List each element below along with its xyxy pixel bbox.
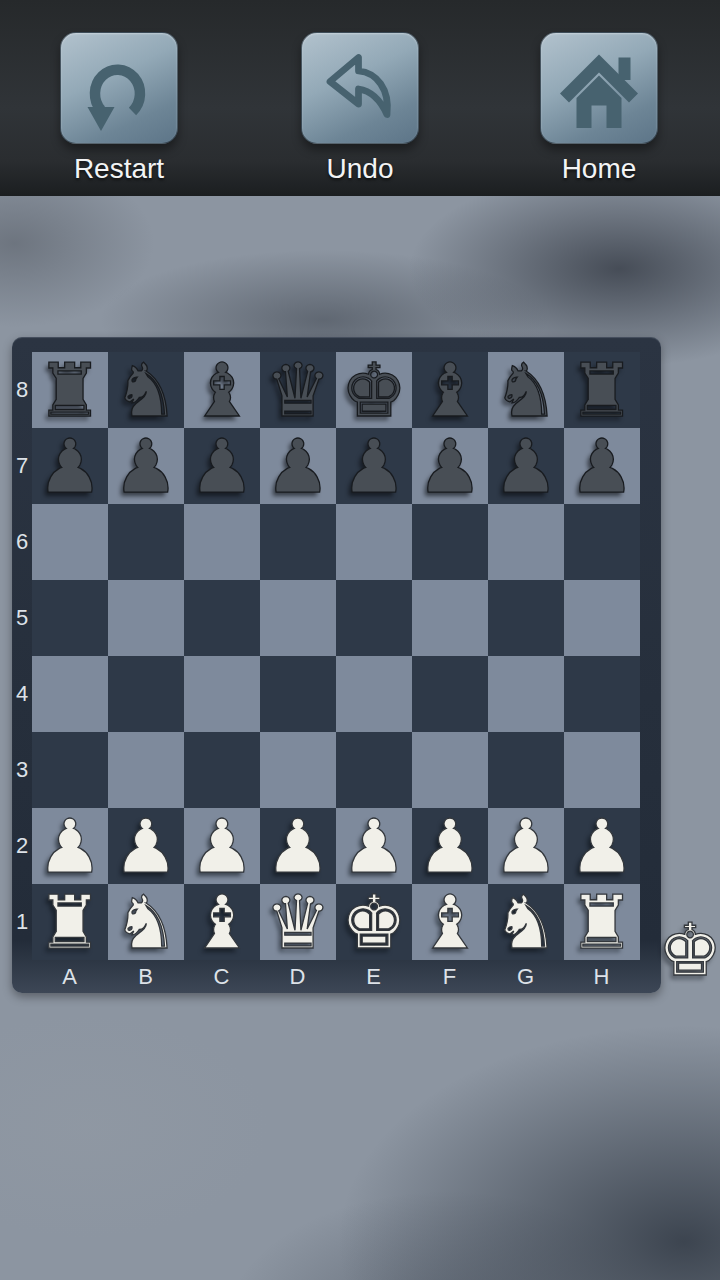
square-e1[interactable]: ♚ xyxy=(336,884,412,960)
square-f8[interactable]: ♝ xyxy=(412,352,488,428)
undo-icon xyxy=(312,44,408,140)
square-d2[interactable]: ♟ xyxy=(260,808,336,884)
square-h3[interactable] xyxy=(564,732,640,808)
square-g7[interactable]: ♟ xyxy=(488,428,564,504)
piece-white-pawn[interactable]: ♟ xyxy=(265,808,331,884)
square-c4[interactable] xyxy=(184,656,260,732)
piece-black-pawn[interactable]: ♟ xyxy=(37,428,103,504)
file-label-d: D xyxy=(260,960,336,993)
piece-white-pawn[interactable]: ♟ xyxy=(37,808,103,884)
square-a1[interactable]: ♜ xyxy=(32,884,108,960)
square-g8[interactable]: ♞ xyxy=(488,352,564,428)
piece-white-bishop[interactable]: ♝ xyxy=(417,884,483,960)
square-b1[interactable]: ♞ xyxy=(108,884,184,960)
square-e5[interactable] xyxy=(336,580,412,656)
square-h1[interactable]: ♜ xyxy=(564,884,640,960)
toolbar-item-undo: Undo xyxy=(301,32,419,184)
piece-black-pawn[interactable]: ♟ xyxy=(341,428,407,504)
piece-white-pawn[interactable]: ♟ xyxy=(569,808,635,884)
square-b2[interactable]: ♟ xyxy=(108,808,184,884)
file-label-c: C xyxy=(184,960,260,993)
home-button[interactable] xyxy=(540,32,658,144)
piece-white-pawn[interactable]: ♟ xyxy=(113,808,179,884)
piece-white-queen[interactable]: ♛ xyxy=(265,884,331,960)
piece-black-bishop[interactable]: ♝ xyxy=(189,352,255,428)
piece-black-bishop[interactable]: ♝ xyxy=(417,352,483,428)
square-h5[interactable] xyxy=(564,580,640,656)
square-a8[interactable]: ♜ xyxy=(32,352,108,428)
square-d1[interactable]: ♛ xyxy=(260,884,336,960)
square-c5[interactable] xyxy=(184,580,260,656)
piece-white-bishop[interactable]: ♝ xyxy=(189,884,255,960)
square-c2[interactable]: ♟ xyxy=(184,808,260,884)
square-a6[interactable] xyxy=(32,504,108,580)
restart-button[interactable] xyxy=(60,32,178,144)
square-g1[interactable]: ♞ xyxy=(488,884,564,960)
square-h4[interactable] xyxy=(564,656,640,732)
piece-black-queen[interactable]: ♛ xyxy=(265,352,331,428)
piece-black-pawn[interactable]: ♟ xyxy=(493,428,559,504)
square-f1[interactable]: ♝ xyxy=(412,884,488,960)
piece-black-knight[interactable]: ♞ xyxy=(113,352,179,428)
file-label-b: B xyxy=(108,960,184,993)
rank-label-1: 1 xyxy=(12,884,32,960)
square-a5[interactable] xyxy=(32,580,108,656)
piece-white-pawn[interactable]: ♟ xyxy=(189,808,255,884)
square-d3[interactable] xyxy=(260,732,336,808)
piece-white-pawn[interactable]: ♟ xyxy=(341,808,407,884)
undo-button-label: Undo xyxy=(301,154,419,184)
piece-white-pawn[interactable]: ♟ xyxy=(417,808,483,884)
square-d6[interactable] xyxy=(260,504,336,580)
square-d7[interactable]: ♟ xyxy=(260,428,336,504)
square-g4[interactable] xyxy=(488,656,564,732)
square-c7[interactable]: ♟ xyxy=(184,428,260,504)
board-squares: ♜♞♝♛♚♝♞♜♟♟♟♟♟♟♟♟♟♟♟♟♟♟♟♟♜♞♝♛♚♝♞♜ xyxy=(32,352,640,960)
rank-label-4: 4 xyxy=(12,656,32,732)
square-g6[interactable] xyxy=(488,504,564,580)
square-c1[interactable]: ♝ xyxy=(184,884,260,960)
square-h8[interactable]: ♜ xyxy=(564,352,640,428)
square-a4[interactable] xyxy=(32,656,108,732)
file-label-f: F xyxy=(412,960,488,993)
square-f5[interactable] xyxy=(412,580,488,656)
square-b3[interactable] xyxy=(108,732,184,808)
rank-label-2: 2 xyxy=(12,808,32,884)
square-b6[interactable] xyxy=(108,504,184,580)
toolbar-item-home: Home xyxy=(540,32,658,184)
piece-black-pawn[interactable]: ♟ xyxy=(569,428,635,504)
square-a3[interactable] xyxy=(32,732,108,808)
square-b7[interactable]: ♟ xyxy=(108,428,184,504)
square-a2[interactable]: ♟ xyxy=(32,808,108,884)
square-c6[interactable] xyxy=(184,504,260,580)
restart-button-label: Restart xyxy=(60,154,178,184)
square-e8[interactable]: ♚ xyxy=(336,352,412,428)
chess-board: 87654321 ♜♞♝♛♚♝♞♜♟♟♟♟♟♟♟♟♟♟♟♟♟♟♟♟♜♞♝♛♚♝♞… xyxy=(12,337,661,993)
square-h7[interactable]: ♟ xyxy=(564,428,640,504)
piece-white-rook[interactable]: ♜ xyxy=(569,884,635,960)
piece-black-pawn[interactable]: ♟ xyxy=(113,428,179,504)
rank-labels: 87654321 xyxy=(12,352,32,960)
piece-white-knight[interactable]: ♞ xyxy=(113,884,179,960)
square-f2[interactable]: ♟ xyxy=(412,808,488,884)
square-c8[interactable]: ♝ xyxy=(184,352,260,428)
undo-button[interactable] xyxy=(301,32,419,144)
piece-black-king[interactable]: ♚ xyxy=(341,352,407,428)
square-a7[interactable]: ♟ xyxy=(32,428,108,504)
home-button-label: Home xyxy=(540,154,658,184)
square-e7[interactable]: ♟ xyxy=(336,428,412,504)
square-e2[interactable]: ♟ xyxy=(336,808,412,884)
square-g3[interactable] xyxy=(488,732,564,808)
square-b5[interactable] xyxy=(108,580,184,656)
square-f6[interactable] xyxy=(412,504,488,580)
toolbar-item-restart: Restart xyxy=(60,32,178,184)
piece-white-king[interactable]: ♚ xyxy=(341,884,407,960)
file-labels: ABCDEFGH xyxy=(32,960,640,993)
square-e6[interactable] xyxy=(336,504,412,580)
square-d5[interactable] xyxy=(260,580,336,656)
piece-white-rook[interactable]: ♜ xyxy=(37,884,103,960)
restart-icon xyxy=(71,44,167,140)
file-label-a: A xyxy=(32,960,108,993)
square-g2[interactable]: ♟ xyxy=(488,808,564,884)
piece-white-knight[interactable]: ♞ xyxy=(493,884,559,960)
square-d8[interactable]: ♛ xyxy=(260,352,336,428)
piece-white-pawn[interactable]: ♟ xyxy=(493,808,559,884)
square-e3[interactable] xyxy=(336,732,412,808)
square-f3[interactable] xyxy=(412,732,488,808)
piece-black-knight[interactable]: ♞ xyxy=(493,352,559,428)
square-d4[interactable] xyxy=(260,656,336,732)
square-b8[interactable]: ♞ xyxy=(108,352,184,428)
rank-label-5: 5 xyxy=(12,580,32,656)
rank-label-7: 7 xyxy=(12,428,32,504)
square-b4[interactable] xyxy=(108,656,184,732)
rank-label-6: 6 xyxy=(12,504,32,580)
file-label-g: G xyxy=(488,960,564,993)
square-h6[interactable] xyxy=(564,504,640,580)
toolbar: Restart Undo Home xyxy=(0,0,720,196)
rank-label-8: 8 xyxy=(12,352,32,428)
square-g5[interactable] xyxy=(488,580,564,656)
rank-label-3: 3 xyxy=(12,732,32,808)
square-h2[interactable]: ♟ xyxy=(564,808,640,884)
file-label-e: E xyxy=(336,960,412,993)
file-label-h: H xyxy=(564,960,640,993)
piece-black-rook[interactable]: ♜ xyxy=(37,352,103,428)
piece-black-pawn[interactable]: ♟ xyxy=(265,428,331,504)
piece-black-pawn[interactable]: ♟ xyxy=(189,428,255,504)
square-f7[interactable]: ♟ xyxy=(412,428,488,504)
piece-black-rook[interactable]: ♜ xyxy=(569,352,635,428)
piece-black-pawn[interactable]: ♟ xyxy=(417,428,483,504)
square-c3[interactable] xyxy=(184,732,260,808)
square-e4[interactable] xyxy=(336,656,412,732)
white-king-turn-indicator: ♚ xyxy=(655,908,720,992)
square-f4[interactable] xyxy=(412,656,488,732)
home-icon xyxy=(551,44,647,140)
